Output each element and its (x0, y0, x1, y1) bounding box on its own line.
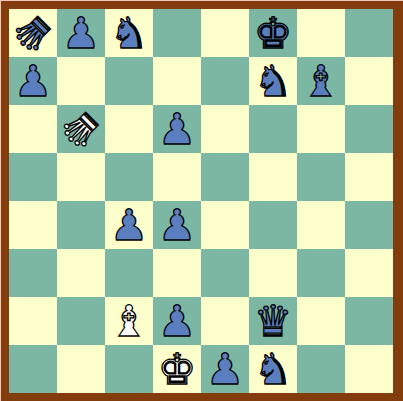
square-h3[interactable] (345, 249, 393, 297)
piece-blue-bishop[interactable]: ♝ (302, 57, 341, 105)
chess-board[interactable]: ♛♟♞♚♟♞♝♛♟♟♟♝♟♛♚♟♞ (9, 9, 393, 393)
piece-blue-pawn[interactable]: ♟ (206, 345, 245, 393)
chess-diagram-page: ♛♟♞♚♟♞♝♛♟♟♟♝♟♛♚♟♞ (0, 0, 403, 401)
piece-blue-knight[interactable]: ♞ (254, 57, 293, 105)
square-d7[interactable] (153, 57, 201, 105)
piece-white-king[interactable]: ♚ (158, 345, 197, 393)
piece-blue-pawn[interactable]: ♟ (158, 201, 197, 249)
square-a3[interactable] (9, 249, 57, 297)
square-c2[interactable]: ♝ (105, 297, 153, 345)
square-a8[interactable]: ♛ (9, 9, 57, 57)
square-g4[interactable] (297, 201, 345, 249)
square-e1[interactable]: ♟ (201, 345, 249, 393)
square-h5[interactable] (345, 153, 393, 201)
square-g1[interactable] (297, 345, 345, 393)
piece-blue-queen[interactable]: ♛ (2, 2, 63, 63)
square-b1[interactable] (57, 345, 105, 393)
piece-blue-pawn[interactable]: ♟ (62, 9, 101, 57)
square-e6[interactable] (201, 105, 249, 153)
square-b4[interactable] (57, 201, 105, 249)
square-e5[interactable] (201, 153, 249, 201)
square-d8[interactable] (153, 9, 201, 57)
square-f1[interactable]: ♞ (249, 345, 297, 393)
square-f6[interactable] (249, 105, 297, 153)
square-d1[interactable]: ♚ (153, 345, 201, 393)
square-e3[interactable] (201, 249, 249, 297)
square-h8[interactable] (345, 9, 393, 57)
square-h7[interactable] (345, 57, 393, 105)
square-h1[interactable] (345, 345, 393, 393)
piece-blue-pawn[interactable]: ♟ (158, 105, 197, 153)
square-c6[interactable] (105, 105, 153, 153)
square-g5[interactable] (297, 153, 345, 201)
square-c5[interactable] (105, 153, 153, 201)
square-c8[interactable]: ♞ (105, 9, 153, 57)
square-g6[interactable] (297, 105, 345, 153)
square-d3[interactable] (153, 249, 201, 297)
piece-blue-king[interactable]: ♚ (254, 9, 293, 57)
piece-blue-queen[interactable]: ♛ (254, 297, 293, 345)
square-d6[interactable]: ♟ (153, 105, 201, 153)
square-f2[interactable]: ♛ (249, 297, 297, 345)
piece-blue-pawn[interactable]: ♟ (14, 57, 53, 105)
square-c7[interactable] (105, 57, 153, 105)
square-h4[interactable] (345, 201, 393, 249)
square-h6[interactable] (345, 105, 393, 153)
square-g8[interactable] (297, 9, 345, 57)
square-a1[interactable] (9, 345, 57, 393)
square-b3[interactable] (57, 249, 105, 297)
square-e4[interactable] (201, 201, 249, 249)
square-g7[interactable]: ♝ (297, 57, 345, 105)
piece-white-bishop[interactable]: ♝ (110, 297, 149, 345)
square-a5[interactable] (9, 153, 57, 201)
board-border-frame: ♛♟♞♚♟♞♝♛♟♟♟♝♟♛♚♟♞ (1, 1, 403, 401)
square-b6[interactable]: ♛ (57, 105, 105, 153)
piece-blue-knight[interactable]: ♞ (254, 345, 293, 393)
square-e2[interactable] (201, 297, 249, 345)
square-c1[interactable] (105, 345, 153, 393)
square-g2[interactable] (297, 297, 345, 345)
square-g3[interactable] (297, 249, 345, 297)
square-h2[interactable] (345, 297, 393, 345)
square-f4[interactable] (249, 201, 297, 249)
square-f8[interactable]: ♚ (249, 9, 297, 57)
piece-blue-knight[interactable]: ♞ (110, 9, 149, 57)
square-a6[interactable] (9, 105, 57, 153)
piece-white-queen[interactable]: ♛ (50, 98, 111, 159)
square-f5[interactable] (249, 153, 297, 201)
square-c4[interactable]: ♟ (105, 201, 153, 249)
square-f3[interactable] (249, 249, 297, 297)
piece-blue-pawn[interactable]: ♟ (110, 201, 149, 249)
square-b2[interactable] (57, 297, 105, 345)
square-a2[interactable] (9, 297, 57, 345)
square-e8[interactable] (201, 9, 249, 57)
square-b7[interactable] (57, 57, 105, 105)
square-d4[interactable]: ♟ (153, 201, 201, 249)
square-b8[interactable]: ♟ (57, 9, 105, 57)
square-b5[interactable] (57, 153, 105, 201)
square-c3[interactable] (105, 249, 153, 297)
square-a7[interactable]: ♟ (9, 57, 57, 105)
square-f7[interactable]: ♞ (249, 57, 297, 105)
piece-blue-pawn[interactable]: ♟ (158, 297, 197, 345)
square-a4[interactable] (9, 201, 57, 249)
square-d2[interactable]: ♟ (153, 297, 201, 345)
square-e7[interactable] (201, 57, 249, 105)
square-d5[interactable] (153, 153, 201, 201)
